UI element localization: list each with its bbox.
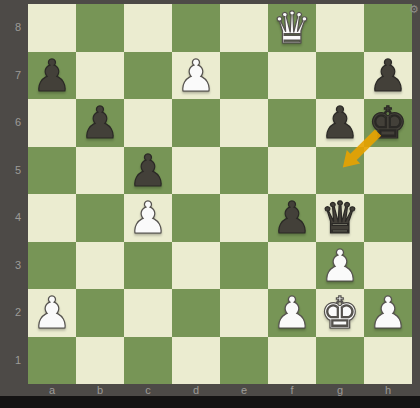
square-a1[interactable] [28, 337, 76, 385]
piece-wK-g2[interactable]: ♚ [320, 289, 359, 337]
file-label-g: g [316, 384, 364, 397]
gear-icon[interactable]: ⚙ [409, 2, 420, 16]
square-f1[interactable] [268, 337, 316, 385]
chess-app-frame: 87654321 ♛♟♟♟♟♟♚♟♟♟♛♟♟♟♚♟ abcdefgh ⚙ [0, 0, 420, 408]
square-b2[interactable] [76, 289, 124, 337]
square-c7[interactable] [124, 52, 172, 100]
square-b3[interactable] [76, 242, 124, 290]
square-h6[interactable]: ♚ [364, 99, 412, 147]
rank-label-2: 2 [0, 289, 28, 337]
piece-wP-f2[interactable]: ♟ [272, 289, 311, 337]
square-f7[interactable] [268, 52, 316, 100]
piece-bK-h6[interactable]: ♚ [368, 99, 407, 147]
square-f6[interactable] [268, 99, 316, 147]
square-a7[interactable]: ♟ [28, 52, 76, 100]
square-b6[interactable]: ♟ [76, 99, 124, 147]
square-d8[interactable] [172, 4, 220, 52]
piece-wP-c4[interactable]: ♟ [128, 194, 167, 242]
square-c1[interactable] [124, 337, 172, 385]
rank-labels: 87654321 [0, 4, 28, 384]
square-c5[interactable]: ♟ [124, 147, 172, 195]
square-d7[interactable]: ♟ [172, 52, 220, 100]
square-g8[interactable] [316, 4, 364, 52]
square-b7[interactable] [76, 52, 124, 100]
square-g4[interactable]: ♛ [316, 194, 364, 242]
rank-label-8: 8 [0, 4, 28, 52]
square-b1[interactable] [76, 337, 124, 385]
square-e2[interactable] [220, 289, 268, 337]
square-e5[interactable] [220, 147, 268, 195]
piece-wQ-f8[interactable]: ♛ [272, 4, 311, 52]
square-f5[interactable] [268, 147, 316, 195]
square-e3[interactable] [220, 242, 268, 290]
square-c4[interactable]: ♟ [124, 194, 172, 242]
file-label-h: h [364, 384, 412, 397]
square-e6[interactable] [220, 99, 268, 147]
piece-wP-h2[interactable]: ♟ [368, 289, 407, 337]
square-e8[interactable] [220, 4, 268, 52]
square-h3[interactable] [364, 242, 412, 290]
square-g1[interactable] [316, 337, 364, 385]
square-g2[interactable]: ♚ [316, 289, 364, 337]
square-h5[interactable] [364, 147, 412, 195]
chess-board[interactable]: ♛♟♟♟♟♟♚♟♟♟♛♟♟♟♚♟ [28, 4, 412, 384]
piece-bP-g6[interactable]: ♟ [320, 99, 359, 147]
square-g6[interactable]: ♟ [316, 99, 364, 147]
square-f3[interactable] [268, 242, 316, 290]
square-e7[interactable] [220, 52, 268, 100]
square-f2[interactable]: ♟ [268, 289, 316, 337]
square-a4[interactable] [28, 194, 76, 242]
square-c2[interactable] [124, 289, 172, 337]
piece-wP-a2[interactable]: ♟ [32, 289, 71, 337]
square-c8[interactable] [124, 4, 172, 52]
piece-bP-c5[interactable]: ♟ [128, 147, 167, 195]
rank-label-1: 1 [0, 337, 28, 385]
square-g7[interactable] [316, 52, 364, 100]
rank-label-5: 5 [0, 147, 28, 195]
rank-label-7: 7 [0, 52, 28, 100]
square-e1[interactable] [220, 337, 268, 385]
file-labels: abcdefgh [28, 384, 412, 397]
piece-wP-d7[interactable]: ♟ [176, 52, 215, 100]
square-a5[interactable] [28, 147, 76, 195]
square-d5[interactable] [172, 147, 220, 195]
piece-wP-g3[interactable]: ♟ [320, 242, 359, 290]
rank-label-3: 3 [0, 242, 28, 290]
square-d2[interactable] [172, 289, 220, 337]
square-h8[interactable] [364, 4, 412, 52]
rank-label-6: 6 [0, 99, 28, 147]
piece-bP-h7[interactable]: ♟ [368, 52, 407, 100]
square-a8[interactable] [28, 4, 76, 52]
file-label-c: c [124, 384, 172, 397]
square-c6[interactable] [124, 99, 172, 147]
square-g5[interactable] [316, 147, 364, 195]
file-label-f: f [268, 384, 316, 397]
square-f8[interactable]: ♛ [268, 4, 316, 52]
square-h4[interactable] [364, 194, 412, 242]
square-c3[interactable] [124, 242, 172, 290]
square-b4[interactable] [76, 194, 124, 242]
square-h2[interactable]: ♟ [364, 289, 412, 337]
square-e4[interactable] [220, 194, 268, 242]
square-h1[interactable] [364, 337, 412, 385]
piece-bQ-g4[interactable]: ♛ [320, 194, 359, 242]
square-g3[interactable]: ♟ [316, 242, 364, 290]
rank-label-4: 4 [0, 194, 28, 242]
piece-bP-b6[interactable]: ♟ [80, 99, 119, 147]
square-h7[interactable]: ♟ [364, 52, 412, 100]
square-d1[interactable] [172, 337, 220, 385]
piece-bP-a7[interactable]: ♟ [32, 52, 71, 100]
file-label-e: e [220, 384, 268, 397]
square-d4[interactable] [172, 194, 220, 242]
file-label-d: d [172, 384, 220, 397]
file-label-b: b [76, 384, 124, 397]
square-f4[interactable]: ♟ [268, 194, 316, 242]
bottom-bar [0, 396, 420, 408]
file-label-a: a [28, 384, 76, 397]
square-a3[interactable] [28, 242, 76, 290]
square-d6[interactable] [172, 99, 220, 147]
square-b5[interactable] [76, 147, 124, 195]
square-a2[interactable]: ♟ [28, 289, 76, 337]
square-a6[interactable] [28, 99, 76, 147]
piece-bP-f4[interactable]: ♟ [272, 194, 311, 242]
square-b8[interactable] [76, 4, 124, 52]
square-d3[interactable] [172, 242, 220, 290]
